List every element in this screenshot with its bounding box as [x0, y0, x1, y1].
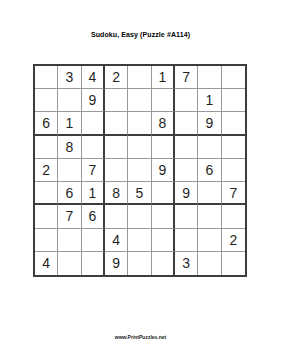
page-title: Sudoku, Easy (Puzzle #A114) — [0, 31, 281, 38]
cell-r3c1[interactable]: 6 — [35, 112, 58, 135]
cell-r9c4[interactable]: 9 — [105, 252, 128, 275]
cell-r3c6[interactable]: 8 — [152, 112, 175, 135]
cell-r4c4[interactable] — [105, 136, 128, 159]
cell-r6c3[interactable]: 1 — [82, 182, 105, 205]
cell-r1c2[interactable]: 3 — [58, 66, 81, 89]
cell-r7c7[interactable] — [175, 205, 198, 228]
cell-r1c4[interactable]: 2 — [105, 66, 128, 89]
cell-r5c3[interactable]: 7 — [82, 159, 105, 182]
cell-r3c3[interactable] — [82, 112, 105, 135]
cell-r3c5[interactable] — [128, 112, 151, 135]
cell-r7c3[interactable]: 6 — [82, 205, 105, 228]
cell-r4c6[interactable] — [152, 136, 175, 159]
cell-r6c7[interactable]: 9 — [175, 182, 198, 205]
cell-r2c3[interactable]: 9 — [82, 89, 105, 112]
cell-r3c9[interactable] — [222, 112, 245, 135]
cell-r5c4[interactable] — [105, 159, 128, 182]
cell-r6c5[interactable]: 5 — [128, 182, 151, 205]
cell-r7c6[interactable] — [152, 205, 175, 228]
cell-r9c5[interactable] — [128, 252, 151, 275]
cell-r8c2[interactable] — [58, 229, 81, 252]
cell-r2c6[interactable] — [152, 89, 175, 112]
cell-r6c8[interactable] — [198, 182, 221, 205]
cell-r2c1[interactable] — [35, 89, 58, 112]
cell-r3c8[interactable]: 9 — [198, 112, 221, 135]
cell-r9c1[interactable]: 4 — [35, 252, 58, 275]
cell-r3c2[interactable]: 1 — [58, 112, 81, 135]
cell-r2c5[interactable] — [128, 89, 151, 112]
cell-r1c1[interactable] — [35, 66, 58, 89]
cell-r7c5[interactable] — [128, 205, 151, 228]
cell-r5c2[interactable] — [58, 159, 81, 182]
cell-r4c7[interactable] — [175, 136, 198, 159]
cell-r5c7[interactable] — [175, 159, 198, 182]
cell-r8c6[interactable] — [152, 229, 175, 252]
cell-r2c4[interactable] — [105, 89, 128, 112]
cell-r2c9[interactable] — [222, 89, 245, 112]
cell-r5c5[interactable] — [128, 159, 151, 182]
cell-r7c4[interactable] — [105, 205, 128, 228]
cell-r2c7[interactable] — [175, 89, 198, 112]
cell-r6c1[interactable] — [35, 182, 58, 205]
cell-r4c8[interactable] — [198, 136, 221, 159]
cell-r1c7[interactable]: 7 — [175, 66, 198, 89]
cell-r8c4[interactable]: 4 — [105, 229, 128, 252]
cell-r5c6[interactable]: 9 — [152, 159, 175, 182]
cell-r9c8[interactable] — [198, 252, 221, 275]
sudoku-board: 34217916189827966185977642493 — [33, 64, 247, 277]
cell-r3c7[interactable] — [175, 112, 198, 135]
cell-r6c6[interactable] — [152, 182, 175, 205]
cell-r5c1[interactable]: 2 — [35, 159, 58, 182]
cell-r2c2[interactable] — [58, 89, 81, 112]
cell-r4c5[interactable] — [128, 136, 151, 159]
cell-r1c3[interactable]: 4 — [82, 66, 105, 89]
cell-r9c2[interactable] — [58, 252, 81, 275]
cell-r9c3[interactable] — [82, 252, 105, 275]
cell-r7c9[interactable] — [222, 205, 245, 228]
cell-r3c4[interactable] — [105, 112, 128, 135]
cell-r9c7[interactable]: 3 — [175, 252, 198, 275]
cell-r6c9[interactable]: 7 — [222, 182, 245, 205]
cell-r5c9[interactable] — [222, 159, 245, 182]
cell-r7c2[interactable]: 7 — [58, 205, 81, 228]
cell-r1c8[interactable] — [198, 66, 221, 89]
cell-r8c3[interactable] — [82, 229, 105, 252]
cell-r8c8[interactable] — [198, 229, 221, 252]
cell-r9c9[interactable] — [222, 252, 245, 275]
cell-r9c6[interactable] — [152, 252, 175, 275]
cell-r7c8[interactable] — [198, 205, 221, 228]
cell-r1c9[interactable] — [222, 66, 245, 89]
cell-r2c8[interactable]: 1 — [198, 89, 221, 112]
cell-r8c1[interactable] — [35, 229, 58, 252]
footer-url: www.PrintPuzzles.net — [0, 334, 281, 340]
cell-r8c7[interactable] — [175, 229, 198, 252]
cell-r4c9[interactable] — [222, 136, 245, 159]
cell-r6c4[interactable]: 8 — [105, 182, 128, 205]
cell-r4c3[interactable] — [82, 136, 105, 159]
cell-r7c1[interactable] — [35, 205, 58, 228]
cell-r1c6[interactable]: 1 — [152, 66, 175, 89]
cell-r4c2[interactable]: 8 — [58, 136, 81, 159]
cell-r8c9[interactable]: 2 — [222, 229, 245, 252]
cell-r5c8[interactable]: 6 — [198, 159, 221, 182]
cell-r4c1[interactable] — [35, 136, 58, 159]
cell-r1c5[interactable] — [128, 66, 151, 89]
cell-r6c2[interactable]: 6 — [58, 182, 81, 205]
cell-r8c5[interactable] — [128, 229, 151, 252]
